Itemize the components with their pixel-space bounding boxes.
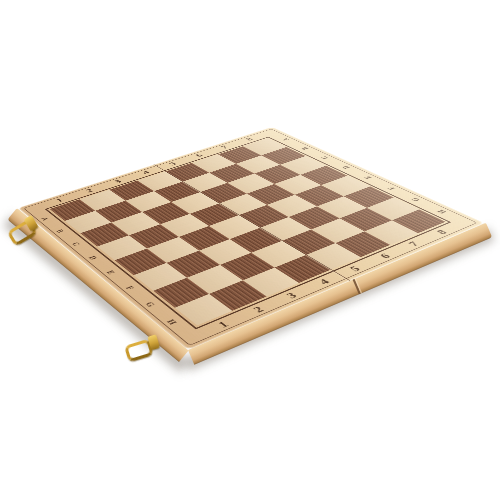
- chess-board: ABCDEFGH ABCDEFGH 12345678 12345678: [18, 127, 484, 350]
- brass-clasp-lower: [123, 334, 160, 357]
- fold-seam-side: [353, 279, 361, 294]
- product-photo-scene: ABCDEFGH ABCDEFGH 12345678 12345678: [0, 0, 500, 500]
